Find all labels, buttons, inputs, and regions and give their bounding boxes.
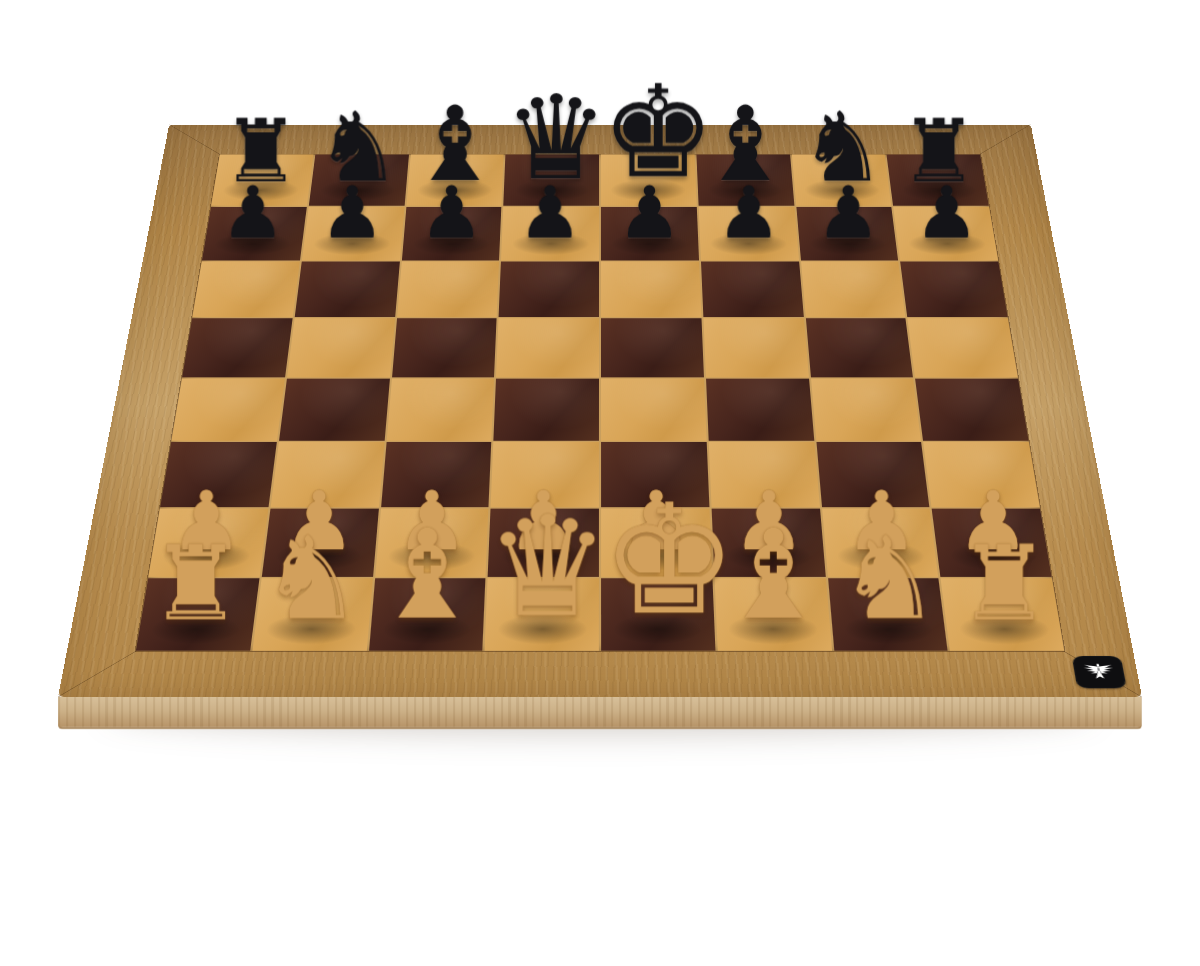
square-c7[interactable]: ♟ <box>401 207 501 261</box>
piece-white-knight-g1[interactable]: ♞ <box>832 526 945 631</box>
chessboard-product-photo: ♜♞♝♛♚♝♞♜♟♟♟♟♟♟♟♟♟♟♟♟♟♟♟♟♜♞♝♛♚♝♞♜ <box>0 0 1200 966</box>
frame-mitre-joint-bottom-left <box>58 651 137 697</box>
square-e5[interactable] <box>601 318 704 377</box>
piece-black-pawn-e7[interactable]: ♟ <box>601 180 698 246</box>
square-a7[interactable]: ♟ <box>202 207 307 261</box>
square-a6[interactable] <box>192 261 299 317</box>
square-g7[interactable]: ♟ <box>796 207 898 261</box>
eagle-icon <box>1079 660 1119 684</box>
chess-board-frame: ♜♞♝♛♚♝♞♜♟♟♟♟♟♟♟♟♟♟♟♟♟♟♟♟♜♞♝♛♚♝♞♜ <box>58 125 1142 697</box>
square-b6[interactable] <box>294 261 399 317</box>
piece-white-queen-d1[interactable]: ♛ <box>486 504 599 632</box>
square-b5[interactable] <box>287 318 395 377</box>
square-a4[interactable] <box>171 379 284 441</box>
square-a5[interactable] <box>182 318 292 377</box>
square-c6[interactable] <box>397 261 500 317</box>
piece-black-pawn-a7[interactable]: ♟ <box>204 180 301 246</box>
square-g5[interactable] <box>805 318 913 377</box>
square-c4[interactable] <box>386 379 494 441</box>
square-h6[interactable] <box>900 261 1007 317</box>
piece-white-rook-a1[interactable]: ♜ <box>139 536 252 631</box>
square-a1[interactable]: ♜ <box>136 578 259 651</box>
square-f1[interactable]: ♝ <box>714 578 831 651</box>
square-e7[interactable]: ♟ <box>601 207 699 261</box>
piece-black-pawn-d7[interactable]: ♟ <box>502 180 599 246</box>
square-b7[interactable]: ♟ <box>302 207 404 261</box>
square-d7[interactable]: ♟ <box>501 207 599 261</box>
square-e4[interactable] <box>601 379 706 441</box>
chess-board-grid: ♜♞♝♛♚♝♞♜♟♟♟♟♟♟♟♟♟♟♟♟♟♟♟♟♜♞♝♛♚♝♞♜ <box>136 155 1064 651</box>
square-g1[interactable]: ♞ <box>828 578 948 651</box>
square-f5[interactable] <box>703 318 808 377</box>
square-d6[interactable] <box>499 261 599 317</box>
square-h4[interactable] <box>915 379 1028 441</box>
square-h1[interactable]: ♜ <box>941 578 1064 651</box>
piece-black-pawn-f7[interactable]: ♟ <box>700 180 797 246</box>
piece-black-pawn-h7[interactable]: ♟ <box>898 180 995 246</box>
chess-board-wrap: ♜♞♝♛♚♝♞♜♟♟♟♟♟♟♟♟♟♟♟♟♟♟♟♟♜♞♝♛♚♝♞♜ <box>120 0 1080 858</box>
square-g6[interactable] <box>801 261 906 317</box>
square-h7[interactable]: ♟ <box>893 207 998 261</box>
square-h5[interactable] <box>908 318 1018 377</box>
square-f4[interactable] <box>706 379 814 441</box>
piece-white-king-e1[interactable]: ♚ <box>601 492 714 632</box>
square-d1[interactable]: ♛ <box>485 578 599 651</box>
square-f6[interactable] <box>701 261 804 317</box>
piece-white-bishop-f1[interactable]: ♝ <box>717 518 830 632</box>
piece-black-pawn-g7[interactable]: ♟ <box>799 180 896 246</box>
square-e1[interactable]: ♚ <box>601 578 715 651</box>
square-f7[interactable]: ♟ <box>698 207 798 261</box>
frame-mitre-joint-top-right <box>979 124 1030 154</box>
brand-logo-badge <box>1072 656 1127 688</box>
piece-white-knight-b1[interactable]: ♞ <box>255 526 368 631</box>
board-side-edge <box>58 697 1142 730</box>
piece-white-rook-h1[interactable]: ♜ <box>948 536 1061 631</box>
piece-black-pawn-c7[interactable]: ♟ <box>403 180 500 246</box>
piece-black-pawn-b7[interactable]: ♟ <box>303 180 400 246</box>
square-g4[interactable] <box>811 379 922 441</box>
square-b1[interactable]: ♞ <box>252 578 372 651</box>
square-c1[interactable]: ♝ <box>368 578 485 651</box>
square-d5[interactable] <box>496 318 599 377</box>
square-b4[interactable] <box>279 379 390 441</box>
square-d4[interactable] <box>494 379 599 441</box>
piece-white-bishop-c1[interactable]: ♝ <box>370 518 483 632</box>
square-e6[interactable] <box>601 261 701 317</box>
square-c5[interactable] <box>392 318 497 377</box>
